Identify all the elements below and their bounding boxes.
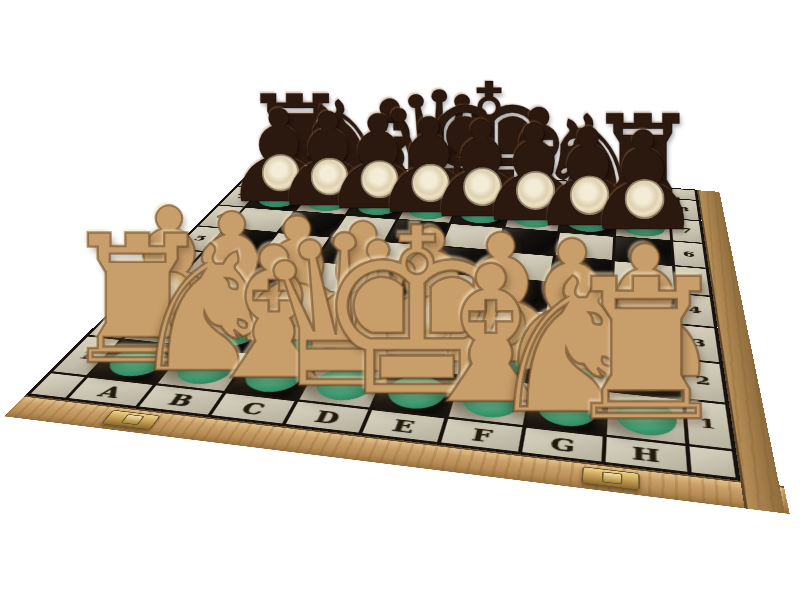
rook-glyph: ♜ [558, 253, 733, 448]
piece-white-rook-h1[interactable]: ♜ [558, 253, 733, 417]
product-photo-stage: 8877665544332211ABCDEFGH ♜♞♝♛♚♝♟♞♟♜♟♟♟♟♟… [0, 0, 807, 605]
pieces-layer: ♜♞♝♛♚♝♟♞♟♜♟♟♟♟♟♟♟♟♟♟♟♟♜♟♞♟♝♛♚♝♞♜ [0, 0, 807, 605]
